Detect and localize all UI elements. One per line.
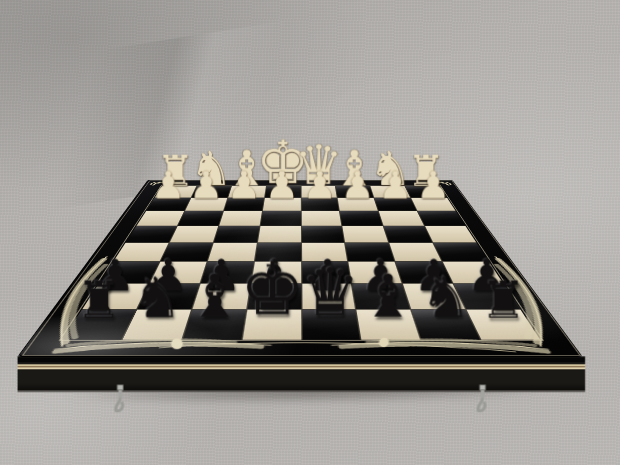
square-a4[interactable] [425, 226, 476, 242]
square-e3[interactable] [260, 211, 300, 225]
square-c3[interactable] [340, 211, 383, 225]
square-d4[interactable] [301, 226, 344, 242]
clasp-right-icon [474, 385, 491, 414]
piece-black-bishop[interactable]: ♝ [188, 267, 241, 326]
square-d3[interactable] [301, 211, 341, 225]
piece-white-pawn[interactable]: ♟ [416, 167, 450, 205]
piece-black-bishop[interactable]: ♝ [361, 267, 414, 326]
piece-white-pawn[interactable]: ♟ [265, 167, 299, 205]
piece-white-pawn[interactable]: ♟ [303, 167, 337, 205]
clasp-left-icon [112, 385, 129, 414]
square-e4[interactable] [258, 226, 301, 242]
square-a3[interactable] [418, 211, 465, 225]
square-b4[interactable] [384, 226, 432, 242]
square-f4[interactable] [214, 226, 260, 242]
square-h2[interactable]: ♟ [146, 198, 190, 211]
square-g4[interactable] [170, 226, 218, 242]
piece-black-knight[interactable]: ♞ [132, 269, 183, 325]
square-c2[interactable]: ♟ [338, 198, 378, 211]
piece-white-pawn[interactable]: ♟ [378, 167, 412, 205]
piece-black-rook[interactable]: ♜ [77, 274, 123, 325]
square-f3[interactable] [219, 211, 262, 225]
square-d2[interactable]: ♟ [301, 198, 339, 211]
square-g8[interactable]: ♞ [122, 310, 190, 340]
chess-board: ♜♞♝♚♛♝♞♜♟♟♟♟♟♟♟♟♟♟♟♟♟♟♟♟♜♞♝♚♛♝♞♜ [17, 180, 583, 357]
board-front-edge [18, 356, 586, 392]
square-a2[interactable]: ♟ [411, 198, 455, 211]
piece-white-pawn[interactable]: ♟ [227, 167, 261, 205]
piece-white-pawn[interactable]: ♟ [152, 167, 186, 205]
photo-backdrop: ♜♞♝♚♛♝♞♜♟♟♟♟♟♟♟♟♟♟♟♟♟♟♟♟♜♞♝♚♛♝♞♜ [0, 0, 620, 465]
square-b3[interactable] [379, 211, 424, 225]
square-h3[interactable] [137, 211, 184, 225]
square-f2[interactable]: ♟ [224, 198, 264, 211]
square-b2[interactable]: ♟ [375, 198, 417, 211]
square-b8[interactable]: ♞ [412, 310, 480, 340]
square-c4[interactable] [343, 226, 389, 242]
piece-black-queen[interactable]: ♛ [301, 260, 360, 326]
square-g3[interactable] [178, 211, 223, 225]
square-g2[interactable]: ♟ [185, 198, 227, 211]
square-e8[interactable]: ♚ [242, 310, 300, 340]
square-c8[interactable]: ♝ [357, 310, 421, 340]
square-f8[interactable]: ♝ [182, 310, 245, 340]
piece-black-king[interactable]: ♚ [240, 253, 305, 325]
square-d8[interactable]: ♛ [302, 310, 361, 340]
square-h4[interactable] [126, 226, 177, 242]
square-e2[interactable]: ♟ [263, 198, 301, 211]
piece-white-pawn[interactable]: ♟ [189, 167, 223, 205]
piece-black-knight[interactable]: ♞ [420, 269, 471, 325]
board-squares: ♜♞♝♚♛♝♞♜♟♟♟♟♟♟♟♟♟♟♟♟♟♟♟♟♜♞♝♚♛♝♞♜ [63, 186, 541, 340]
piece-white-pawn[interactable]: ♟ [341, 167, 375, 205]
piece-black-rook[interactable]: ♜ [480, 274, 526, 325]
